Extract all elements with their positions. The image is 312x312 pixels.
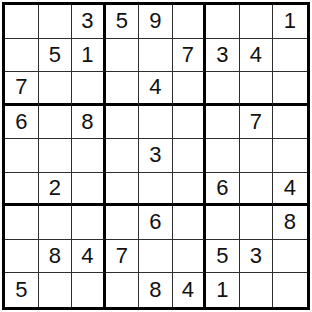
cell-r2c7-given-3[interactable]: 3 — [206, 39, 240, 73]
cell-r5c3-empty[interactable] — [72, 139, 106, 173]
cell-r8c5-empty[interactable] — [139, 240, 173, 274]
cell-r9c6-given-4[interactable]: 4 — [173, 273, 207, 307]
cell-r6c4-empty[interactable] — [106, 173, 140, 207]
cell-r5c7-empty[interactable] — [206, 139, 240, 173]
cell-r6c3-empty[interactable] — [72, 173, 106, 207]
cell-r7c5-given-6[interactable]: 6 — [139, 206, 173, 240]
cell-r9c9-empty[interactable] — [273, 273, 307, 307]
cell-r1c7-empty[interactable] — [206, 5, 240, 39]
cell-r4c5-empty[interactable] — [139, 106, 173, 140]
cell-r1c5-given-9[interactable]: 9 — [139, 5, 173, 39]
cell-r4c2-empty[interactable] — [39, 106, 73, 140]
cell-r5c9-empty[interactable] — [273, 139, 307, 173]
cell-r6c2-given-2[interactable]: 2 — [39, 173, 73, 207]
cell-r3c3-empty[interactable] — [72, 72, 106, 106]
cell-r1c2-empty[interactable] — [39, 5, 73, 39]
cell-r2c5-empty[interactable] — [139, 39, 173, 73]
cell-r3c6-empty[interactable] — [173, 72, 207, 106]
cell-r9c3-empty[interactable] — [72, 273, 106, 307]
cell-r5c6-empty[interactable] — [173, 139, 207, 173]
cell-r8c2-given-8[interactable]: 8 — [39, 240, 73, 274]
cell-r9c4-empty[interactable] — [106, 273, 140, 307]
cell-r1c4-given-5[interactable]: 5 — [106, 5, 140, 39]
cell-r5c2-empty[interactable] — [39, 139, 73, 173]
cell-r6c6-empty[interactable] — [173, 173, 207, 207]
cell-r2c8-given-4[interactable]: 4 — [240, 39, 274, 73]
cell-r7c9-given-8[interactable]: 8 — [273, 206, 307, 240]
cell-r4c1-given-6[interactable]: 6 — [5, 106, 39, 140]
cell-r1c8-empty[interactable] — [240, 5, 274, 39]
cell-r9c2-empty[interactable] — [39, 273, 73, 307]
cell-r6c7-given-6[interactable]: 6 — [206, 173, 240, 207]
cell-r8c8-given-3[interactable]: 3 — [240, 240, 274, 274]
cell-r4c9-empty[interactable] — [273, 106, 307, 140]
cell-r2c4-empty[interactable] — [106, 39, 140, 73]
cell-r3c7-empty[interactable] — [206, 72, 240, 106]
cell-r3c2-empty[interactable] — [39, 72, 73, 106]
cell-r3c8-empty[interactable] — [240, 72, 274, 106]
cell-r7c3-empty[interactable] — [72, 206, 106, 240]
cell-r4c6-empty[interactable] — [173, 106, 207, 140]
cell-r9c1-given-5[interactable]: 5 — [5, 273, 39, 307]
cell-r6c8-empty[interactable] — [240, 173, 274, 207]
cell-r1c6-empty[interactable] — [173, 5, 207, 39]
cell-r8c6-empty[interactable] — [173, 240, 207, 274]
cell-r2c2-given-5[interactable]: 5 — [39, 39, 73, 73]
cell-r2c6-given-7[interactable]: 7 — [173, 39, 207, 73]
cell-r5c5-given-3[interactable]: 3 — [139, 139, 173, 173]
cell-r2c9-empty[interactable] — [273, 39, 307, 73]
cell-r8c1-empty[interactable] — [5, 240, 39, 274]
cell-r2c3-given-1[interactable]: 1 — [72, 39, 106, 73]
cell-r5c4-empty[interactable] — [106, 139, 140, 173]
cell-r9c7-given-1[interactable]: 1 — [206, 273, 240, 307]
cell-r9c8-empty[interactable] — [240, 273, 274, 307]
cell-r8c7-given-5[interactable]: 5 — [206, 240, 240, 274]
cell-r8c3-given-4[interactable]: 4 — [72, 240, 106, 274]
cell-r4c7-empty[interactable] — [206, 106, 240, 140]
cell-r9c5-given-8[interactable]: 8 — [139, 273, 173, 307]
cell-r3c9-empty[interactable] — [273, 72, 307, 106]
cell-r3c4-empty[interactable] — [106, 72, 140, 106]
sudoku-board: 35915173474687326468847535841 — [2, 2, 310, 310]
cell-r1c3-given-3[interactable]: 3 — [72, 5, 106, 39]
cell-r8c9-empty[interactable] — [273, 240, 307, 274]
cell-r4c8-given-7[interactable]: 7 — [240, 106, 274, 140]
cell-r7c6-empty[interactable] — [173, 206, 207, 240]
cell-r1c1-empty[interactable] — [5, 5, 39, 39]
cell-r3c5-given-4[interactable]: 4 — [139, 72, 173, 106]
cell-r7c7-empty[interactable] — [206, 206, 240, 240]
cell-r5c1-empty[interactable] — [5, 139, 39, 173]
cell-r6c1-empty[interactable] — [5, 173, 39, 207]
cell-r7c2-empty[interactable] — [39, 206, 73, 240]
cell-r4c4-empty[interactable] — [106, 106, 140, 140]
cell-r7c4-empty[interactable] — [106, 206, 140, 240]
cell-r8c4-given-7[interactable]: 7 — [106, 240, 140, 274]
cell-r7c1-empty[interactable] — [5, 206, 39, 240]
cell-r6c9-given-4[interactable]: 4 — [273, 173, 307, 207]
cell-r4c3-given-8[interactable]: 8 — [72, 106, 106, 140]
cell-r3c1-given-7[interactable]: 7 — [5, 72, 39, 106]
cell-r1c9-given-1[interactable]: 1 — [273, 5, 307, 39]
cell-r6c5-empty[interactable] — [139, 173, 173, 207]
cell-r5c8-empty[interactable] — [240, 139, 274, 173]
cell-r7c8-empty[interactable] — [240, 206, 274, 240]
cell-r2c1-empty[interactable] — [5, 39, 39, 73]
